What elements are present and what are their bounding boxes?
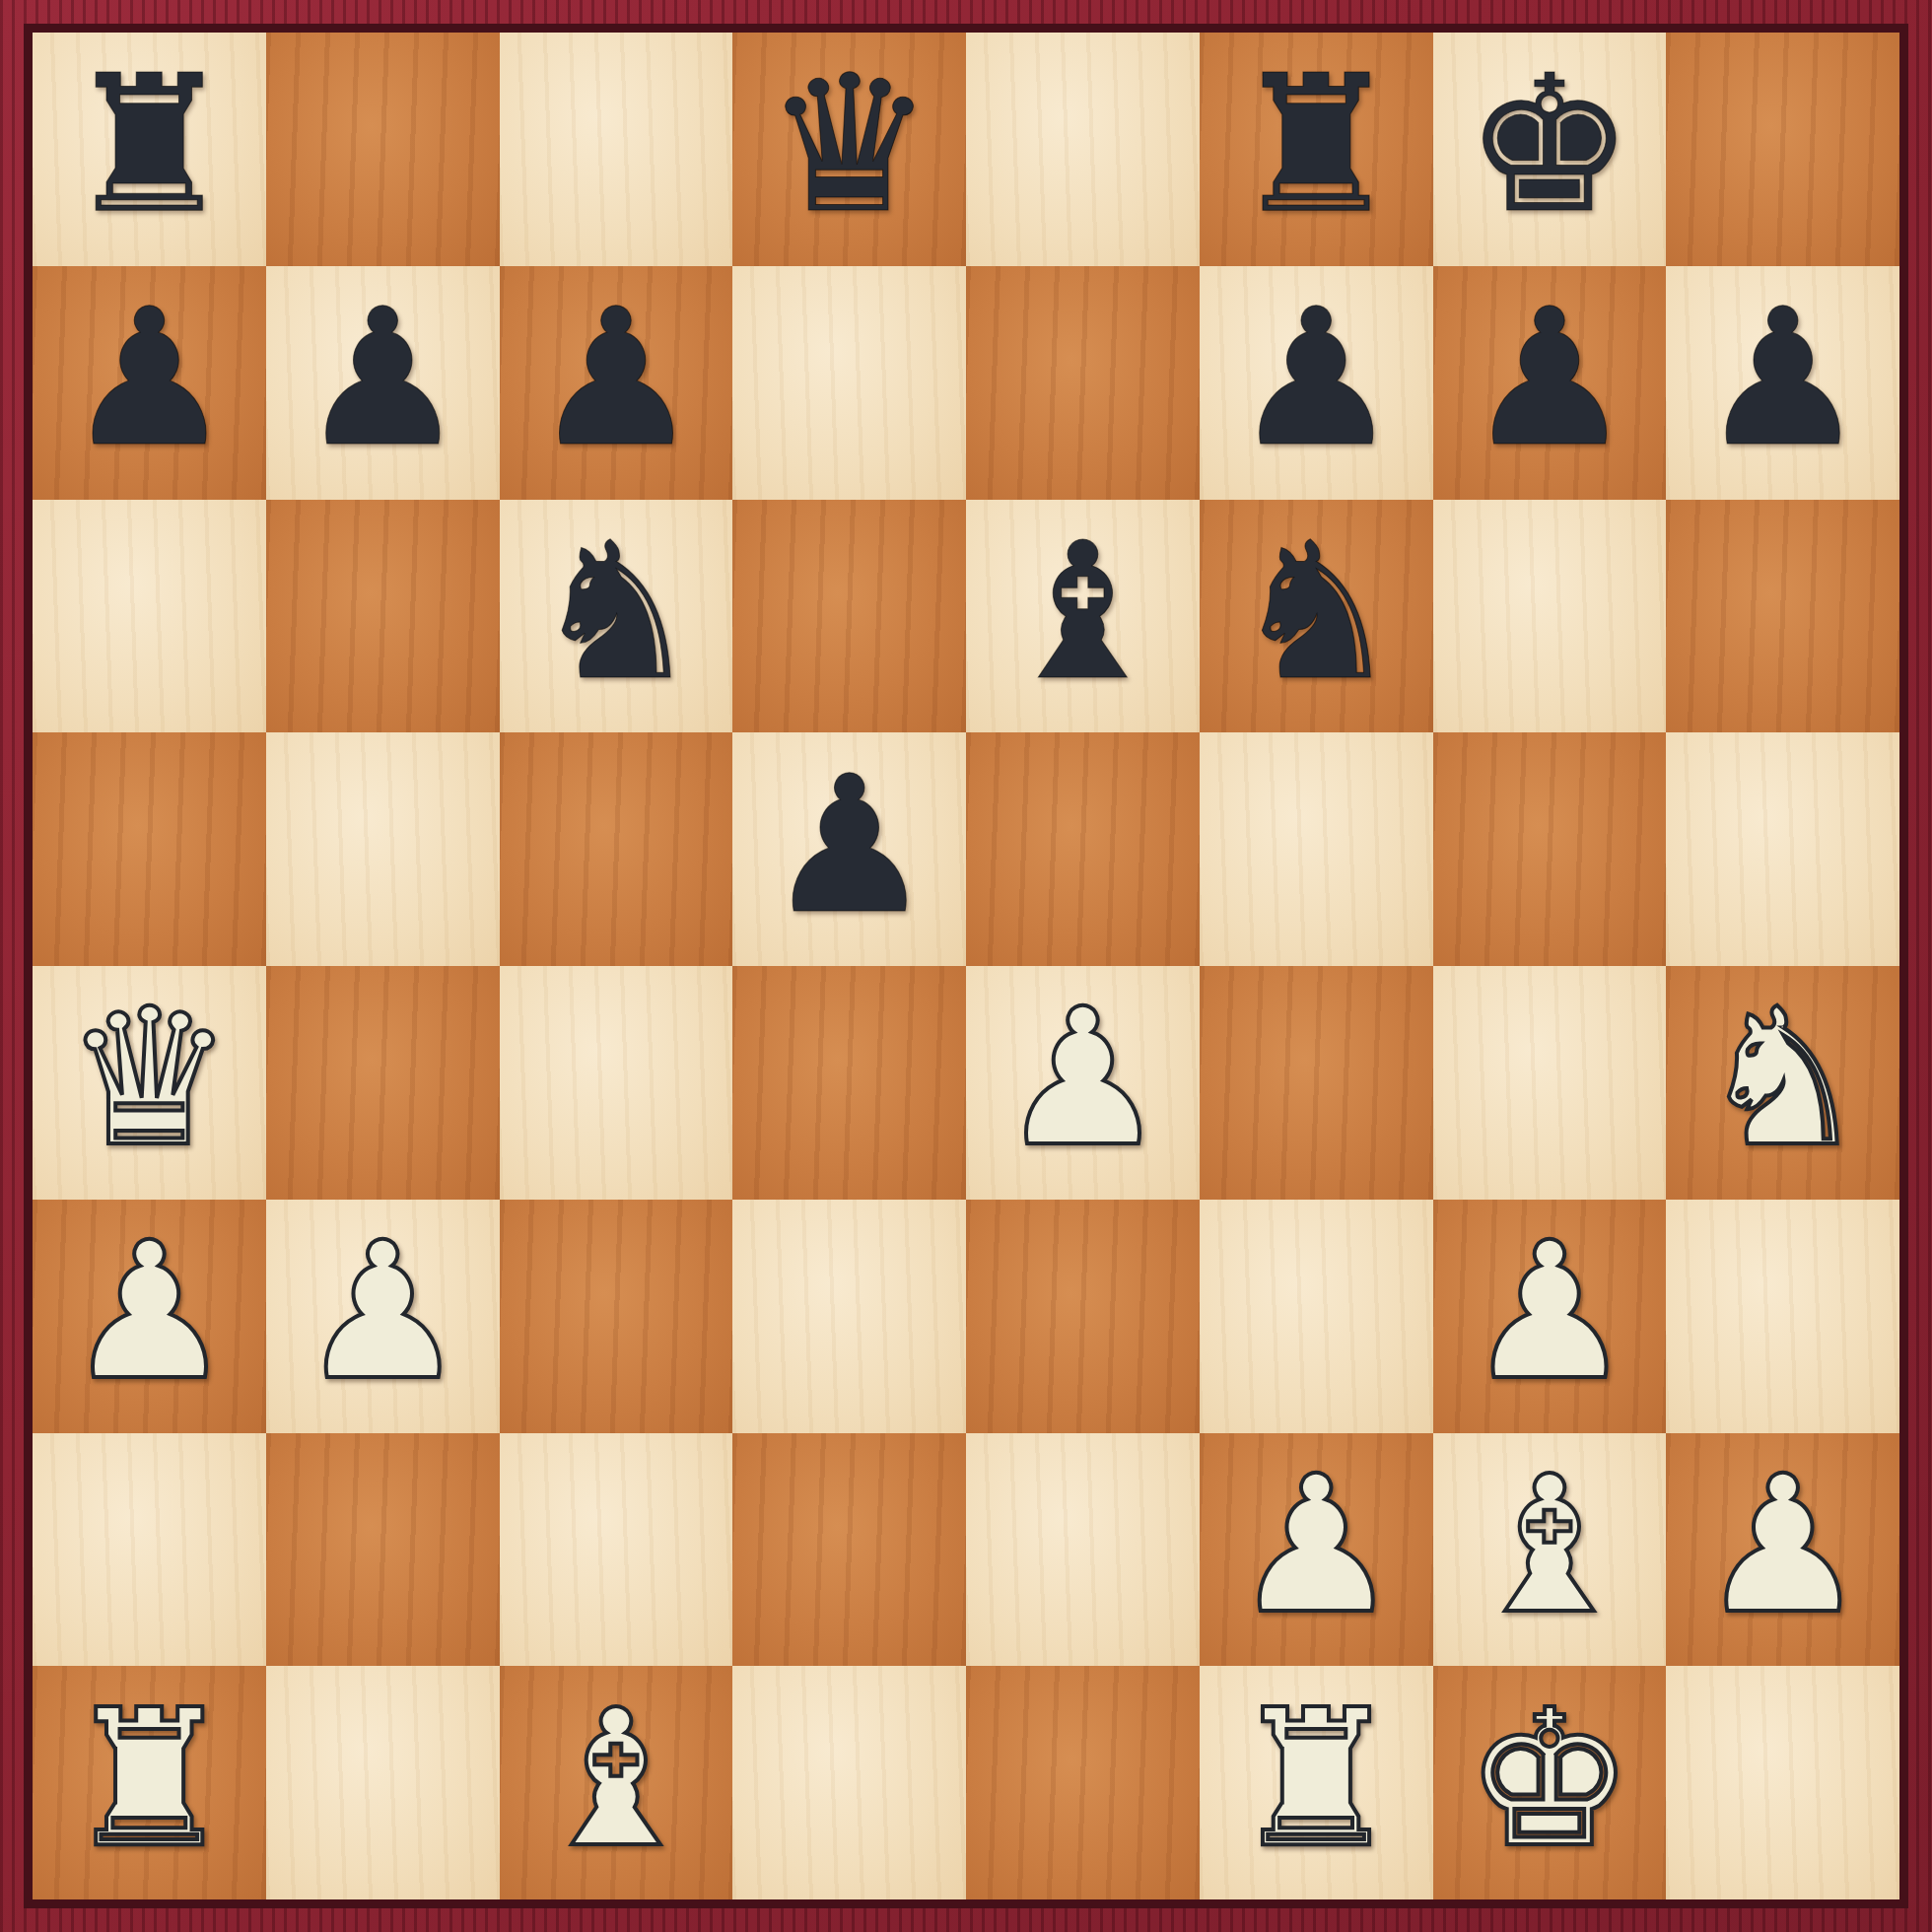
square-h2[interactable]: ♟ — [1666, 1433, 1899, 1667]
white-queen-piece[interactable]: ♛ — [64, 984, 234, 1173]
square-a4[interactable]: ♛ — [33, 966, 266, 1200]
square-g8[interactable]: ♚ — [1433, 33, 1667, 266]
square-f6[interactable]: ♞ — [1200, 500, 1433, 733]
square-g4[interactable] — [1433, 966, 1667, 1200]
square-d3[interactable] — [732, 1200, 966, 1433]
square-h7[interactable]: ♟ — [1666, 266, 1899, 500]
square-g6[interactable] — [1433, 500, 1667, 733]
black-pawn-piece[interactable]: ♟ — [298, 284, 467, 473]
square-a6[interactable] — [33, 500, 266, 733]
black-knight-piece[interactable]: ♞ — [531, 517, 701, 707]
square-g3[interactable]: ♟ — [1433, 1200, 1667, 1433]
black-pawn-piece[interactable]: ♟ — [64, 284, 234, 473]
square-g7[interactable]: ♟ — [1433, 266, 1667, 500]
white-pawn-piece[interactable]: ♟ — [1698, 1451, 1868, 1640]
square-f1[interactable]: ♜ — [1200, 1666, 1433, 1899]
square-d5[interactable]: ♟ — [732, 732, 966, 966]
square-f2[interactable]: ♟ — [1200, 1433, 1433, 1667]
square-h1[interactable] — [1666, 1666, 1899, 1899]
square-a1[interactable]: ♜ — [33, 1666, 266, 1899]
square-c8[interactable] — [500, 33, 733, 266]
white-pawn-piece[interactable]: ♟ — [1231, 1451, 1401, 1640]
black-knight-piece[interactable]: ♞ — [1231, 517, 1401, 707]
square-g5[interactable] — [1433, 732, 1667, 966]
square-b2[interactable] — [266, 1433, 500, 1667]
square-b7[interactable]: ♟ — [266, 266, 500, 500]
square-f8[interactable]: ♜ — [1200, 33, 1433, 266]
black-pawn-piece[interactable]: ♟ — [531, 284, 701, 473]
white-knight-piece[interactable]: ♞ — [1698, 984, 1868, 1173]
black-pawn-piece[interactable]: ♟ — [765, 751, 934, 940]
white-king-piece[interactable]: ♚ — [1465, 1685, 1634, 1874]
square-g1[interactable]: ♚ — [1433, 1666, 1667, 1899]
square-h4[interactable]: ♞ — [1666, 966, 1899, 1200]
square-c3[interactable] — [500, 1200, 733, 1433]
square-f5[interactable] — [1200, 732, 1433, 966]
white-bishop-piece[interactable]: ♝ — [1465, 1451, 1634, 1640]
square-c5[interactable] — [500, 732, 733, 966]
black-bishop-piece[interactable]: ♝ — [998, 517, 1167, 707]
square-h8[interactable] — [1666, 33, 1899, 266]
square-h5[interactable] — [1666, 732, 1899, 966]
white-bishop-piece[interactable]: ♝ — [531, 1685, 701, 1874]
square-d1[interactable] — [732, 1666, 966, 1899]
square-f4[interactable] — [1200, 966, 1433, 1200]
chess-board: ♜♛♜♚♟♟♟♟♟♟♞♝♞♟♛♟♞♟♟♟♟♝♟♜♝♜♚ — [33, 33, 1899, 1899]
square-b3[interactable]: ♟ — [266, 1200, 500, 1433]
square-b6[interactable] — [266, 500, 500, 733]
square-d7[interactable] — [732, 266, 966, 500]
black-pawn-piece[interactable]: ♟ — [1698, 284, 1868, 473]
square-e3[interactable] — [966, 1200, 1200, 1433]
black-rook-piece[interactable]: ♜ — [64, 50, 234, 240]
square-a5[interactable] — [33, 732, 266, 966]
white-pawn-piece[interactable]: ♟ — [298, 1217, 467, 1407]
board-inner-rim: ♜♛♜♚♟♟♟♟♟♟♞♝♞♟♛♟♞♟♟♟♟♝♟♜♝♜♚ — [24, 24, 1908, 1908]
square-h3[interactable] — [1666, 1200, 1899, 1433]
black-pawn-piece[interactable]: ♟ — [1231, 284, 1401, 473]
square-a8[interactable]: ♜ — [33, 33, 266, 266]
white-pawn-piece[interactable]: ♟ — [1465, 1217, 1634, 1407]
square-c1[interactable]: ♝ — [500, 1666, 733, 1899]
square-a3[interactable]: ♟ — [33, 1200, 266, 1433]
black-rook-piece[interactable]: ♜ — [1231, 50, 1401, 240]
square-d2[interactable] — [732, 1433, 966, 1667]
square-f3[interactable] — [1200, 1200, 1433, 1433]
square-b4[interactable] — [266, 966, 500, 1200]
square-e2[interactable] — [966, 1433, 1200, 1667]
square-c6[interactable]: ♞ — [500, 500, 733, 733]
square-c2[interactable] — [500, 1433, 733, 1667]
square-c7[interactable]: ♟ — [500, 266, 733, 500]
square-b5[interactable] — [266, 732, 500, 966]
square-f7[interactable]: ♟ — [1200, 266, 1433, 500]
square-d6[interactable] — [732, 500, 966, 733]
square-b1[interactable] — [266, 1666, 500, 1899]
square-d8[interactable]: ♛ — [732, 33, 966, 266]
board-frame: ♜♛♜♚♟♟♟♟♟♟♞♝♞♟♛♟♞♟♟♟♟♝♟♜♝♜♚ — [0, 0, 1932, 1932]
white-pawn-piece[interactable]: ♟ — [64, 1217, 234, 1407]
square-e5[interactable] — [966, 732, 1200, 966]
white-pawn-piece[interactable]: ♟ — [998, 984, 1167, 1173]
square-e4[interactable]: ♟ — [966, 966, 1200, 1200]
black-pawn-piece[interactable]: ♟ — [1465, 284, 1634, 473]
square-b8[interactable] — [266, 33, 500, 266]
square-e1[interactable] — [966, 1666, 1200, 1899]
square-a7[interactable]: ♟ — [33, 266, 266, 500]
square-e7[interactable] — [966, 266, 1200, 500]
square-c4[interactable] — [500, 966, 733, 1200]
square-d4[interactable] — [732, 966, 966, 1200]
white-rook-piece[interactable]: ♜ — [64, 1685, 234, 1874]
square-h6[interactable] — [1666, 500, 1899, 733]
black-king-piece[interactable]: ♚ — [1465, 50, 1634, 240]
square-g2[interactable]: ♝ — [1433, 1433, 1667, 1667]
square-e6[interactable]: ♝ — [966, 500, 1200, 733]
square-a2[interactable] — [33, 1433, 266, 1667]
square-e8[interactable] — [966, 33, 1200, 266]
white-rook-piece[interactable]: ♜ — [1231, 1685, 1401, 1874]
black-queen-piece[interactable]: ♛ — [765, 50, 934, 240]
